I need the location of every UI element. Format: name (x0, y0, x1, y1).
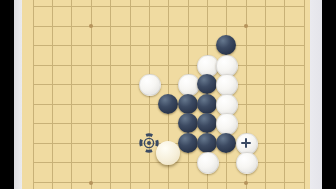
grid-line-horizontal (33, 65, 304, 66)
grid-line-vertical (130, 0, 131, 189)
stone-black (197, 94, 217, 114)
stone-black (178, 113, 198, 133)
grid-line-vertical (33, 0, 34, 189)
video-frame (0, 0, 336, 189)
stone-black (158, 94, 178, 114)
stone-black (178, 94, 198, 114)
grid-line-horizontal (33, 6, 304, 7)
stone-white (236, 152, 258, 174)
stone-black (197, 133, 217, 153)
floating-stone[interactable] (156, 141, 180, 165)
grid-line-vertical (52, 0, 53, 189)
grid-line-horizontal (33, 182, 304, 183)
grid-line-horizontal (33, 123, 304, 124)
grid-line-vertical (110, 0, 111, 189)
star-point (89, 181, 93, 185)
grid-line-vertical (304, 0, 305, 189)
grid-line-horizontal (33, 26, 304, 27)
grid-line-vertical (71, 0, 72, 189)
stone-black (178, 133, 198, 153)
stone-white (139, 74, 161, 96)
grid-line-horizontal (33, 45, 304, 46)
grid-line-vertical (284, 0, 285, 189)
grid-line-vertical (265, 0, 266, 189)
grid-line-horizontal (33, 84, 304, 85)
grid-line-vertical (91, 0, 92, 189)
star-point (244, 181, 248, 185)
